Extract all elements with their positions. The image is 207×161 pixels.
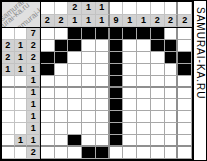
grid-cell-empty[interactable] [41, 147, 55, 159]
grid-cell-empty[interactable] [41, 111, 55, 123]
grid-cell-filled[interactable] [165, 40, 179, 52]
row-clue-cell: 1 [27, 88, 40, 100]
grid-cell-empty[interactable] [123, 111, 137, 123]
row-clue-cell: 2 [27, 147, 40, 159]
grid-cell-filled[interactable] [110, 40, 124, 52]
grid-cell-empty[interactable] [96, 76, 110, 88]
col-clue-cell: 9 [110, 15, 124, 28]
row-clue-cell [2, 99, 15, 111]
col-clue-cell [151, 2, 165, 15]
puzzle-grid [41, 28, 192, 159]
grid-cell-empty[interactable] [82, 111, 96, 123]
grid-cell-empty[interactable] [68, 111, 82, 123]
grid-cell-empty[interactable] [123, 99, 137, 111]
grid-cell-empty[interactable] [123, 123, 137, 135]
grid-cell-empty[interactable] [151, 111, 165, 123]
row-clue-cell [15, 88, 28, 100]
grid-cell-filled[interactable] [55, 40, 69, 52]
grid-cell-empty[interactable] [165, 28, 179, 40]
grid-cell-empty[interactable] [55, 76, 69, 88]
col-clue-cell [110, 2, 124, 15]
grid-cell-empty[interactable] [96, 64, 110, 76]
row-clue-cell [2, 111, 15, 123]
grid-cell-empty[interactable] [96, 123, 110, 135]
grid-cell-empty[interactable] [96, 135, 110, 147]
row-clues: 721221211111111112 [2, 28, 41, 159]
row-clue-cell: 2 [27, 52, 40, 64]
grid-cell-empty[interactable] [55, 88, 69, 100]
row-clue-cell [15, 99, 28, 111]
grid-cell-empty[interactable] [137, 123, 151, 135]
row-clue-cell: 1 [15, 40, 28, 52]
row-clue-cell: 1 [27, 111, 40, 123]
row-clue-cell [15, 147, 28, 159]
row-clue-cell [2, 28, 15, 40]
grid-cell-empty[interactable] [151, 123, 165, 135]
grid-cell-empty[interactable] [178, 111, 192, 123]
grid-cell-filled[interactable] [110, 76, 124, 88]
grid-cell-filled[interactable] [110, 123, 124, 135]
grid-cell-empty[interactable] [178, 99, 192, 111]
grid-cell-empty[interactable] [41, 99, 55, 111]
row-clue-cell [15, 123, 28, 135]
grid-cell-empty[interactable] [178, 123, 192, 135]
corner-watermark: samurai-ka.ru samurai-ka.ru samurai-ka.r… [2, 2, 41, 28]
row-clue-cell: 1 [15, 64, 28, 76]
grid-cell-empty[interactable] [137, 111, 151, 123]
grid-cell-empty[interactable] [82, 76, 96, 88]
grid-cell-filled[interactable] [110, 111, 124, 123]
grid-cell-filled[interactable] [55, 52, 69, 64]
col-clue-cell [178, 2, 192, 15]
grid-cell-filled[interactable] [96, 147, 110, 159]
row-clue-cell: 1 [27, 64, 40, 76]
grid-cell-filled[interactable] [110, 135, 124, 147]
row-clue-cell: 1 [15, 52, 28, 64]
grid-cell-empty[interactable] [55, 99, 69, 111]
col-clue-cell: 1 [137, 15, 151, 28]
grid-cell-filled[interactable] [110, 88, 124, 100]
grid-cell-empty[interactable] [123, 52, 137, 64]
col-clue-cell: 2 [165, 15, 179, 28]
grid-cell-empty[interactable] [123, 88, 137, 100]
grid-cell-empty[interactable] [68, 52, 82, 64]
grid-cell-filled[interactable] [110, 99, 124, 111]
row-clue-cell: 1 [15, 135, 28, 147]
grid-cell-filled[interactable] [151, 40, 165, 52]
row-clue-cell [15, 76, 28, 88]
grid-cell-empty[interactable] [178, 147, 192, 159]
grid-cell-empty[interactable] [178, 40, 192, 52]
col-clue-cell: 1 [96, 2, 110, 15]
grid-cell-filled[interactable] [82, 28, 96, 40]
col-clue-cell: 2 [151, 15, 165, 28]
row-clue-cell: 1 [2, 64, 15, 76]
grid-cell-empty[interactable] [151, 99, 165, 111]
row-clue-cell: 7 [27, 28, 40, 40]
grid-cell-empty[interactable] [178, 28, 192, 40]
site-band: SAMURAI-KA.RU [194, 0, 207, 161]
grid-cell-empty[interactable] [55, 64, 69, 76]
grid-cell-empty[interactable] [82, 123, 96, 135]
row-clue-cell: 2 [2, 52, 15, 64]
grid-cell-empty[interactable] [151, 64, 165, 76]
grid-cell-empty[interactable] [137, 135, 151, 147]
col-clue-cell: 2 [178, 15, 192, 28]
grid-cell-empty[interactable] [55, 123, 69, 135]
grid-cell-empty[interactable] [178, 135, 192, 147]
grid-cell-filled[interactable] [68, 28, 82, 40]
grid-cell-filled[interactable] [178, 52, 192, 64]
row-clue-cell [15, 28, 28, 40]
grid-cell-empty[interactable] [68, 76, 82, 88]
row-clue-cell: 1 [27, 123, 40, 135]
grid-cell-filled[interactable] [41, 64, 55, 76]
grid-cell-empty[interactable] [68, 123, 82, 135]
col-clue-cell: 1 [82, 2, 96, 15]
col-clue-cell [55, 2, 69, 15]
grid-cell-empty[interactable] [137, 52, 151, 64]
grid-cell-filled[interactable] [137, 28, 151, 40]
grid-cell-empty[interactable] [41, 123, 55, 135]
grid-cell-empty[interactable] [68, 88, 82, 100]
grid-cell-empty[interactable] [82, 88, 96, 100]
grid-cell-empty[interactable] [96, 40, 110, 52]
grid-cell-filled[interactable] [68, 40, 82, 52]
row-clue-cell: 1 [27, 99, 40, 111]
site-label: SAMURAI-KA.RU [195, 1, 206, 160]
grid-cell-empty[interactable] [96, 52, 110, 64]
grid-cell-empty[interactable] [41, 76, 55, 88]
grid-cell-empty[interactable] [165, 64, 179, 76]
grid-cell-empty[interactable] [151, 52, 165, 64]
row-clue-cell [2, 88, 15, 100]
grid-cell-empty[interactable] [68, 64, 82, 76]
col-clue-cell [41, 2, 55, 15]
grid-cell-empty[interactable] [137, 40, 151, 52]
grid-cell-empty[interactable] [137, 99, 151, 111]
grid-cell-empty[interactable] [123, 40, 137, 52]
grid-cell-empty[interactable] [82, 99, 96, 111]
grid-cell-empty[interactable] [41, 135, 55, 147]
grid-cell-empty[interactable] [137, 76, 151, 88]
grid-cell-empty[interactable] [82, 135, 96, 147]
grid-cell-empty[interactable] [82, 40, 96, 52]
grid-cell-empty[interactable] [151, 76, 165, 88]
col-clue-cell: 1 [68, 15, 82, 28]
grid-cell-filled[interactable] [41, 52, 55, 64]
grid-cell-empty[interactable] [41, 40, 55, 52]
col-clue-cell: 2 [68, 2, 82, 15]
grid-cell-filled[interactable] [110, 64, 124, 76]
grid-cell-empty[interactable] [55, 135, 69, 147]
grid-cell-empty[interactable] [41, 88, 55, 100]
grid-cell-empty[interactable] [96, 88, 110, 100]
grid-cell-empty[interactable] [96, 99, 110, 111]
puzzle-board: samurai-ka.ru samurai-ka.ru samurai-ka.r… [0, 0, 194, 161]
grid-cell-empty[interactable] [137, 147, 151, 159]
grid-cell-filled[interactable] [110, 52, 124, 64]
row-clue-cell [2, 147, 15, 159]
grid-cell-filled[interactable] [178, 64, 192, 76]
grid-cell-empty[interactable] [137, 88, 151, 100]
grid-cell-empty[interactable] [165, 147, 179, 159]
grid-cell-filled[interactable] [123, 28, 137, 40]
col-clue-cell: 1 [82, 15, 96, 28]
grid-cell-empty[interactable] [55, 147, 69, 159]
grid-cell-filled[interactable] [165, 52, 179, 64]
col-clue-cell: 1 [96, 15, 110, 28]
grid-cell-empty[interactable] [151, 147, 165, 159]
grid-cell-filled[interactable] [68, 135, 82, 147]
grid-cell-empty[interactable] [151, 88, 165, 100]
grid-cell-empty[interactable] [137, 64, 151, 76]
grid-cell-empty[interactable] [96, 111, 110, 123]
col-clue-cell [123, 2, 137, 15]
grid-cell-empty[interactable] [68, 99, 82, 111]
row-clue-cell: 2 [27, 40, 40, 52]
grid-cell-empty[interactable] [68, 147, 82, 159]
row-clue-cell [2, 123, 15, 135]
grid-cell-empty[interactable] [165, 135, 179, 147]
grid-cell-filled[interactable] [110, 28, 124, 40]
grid-cell-empty[interactable] [82, 64, 96, 76]
grid-cell-empty[interactable] [123, 64, 137, 76]
grid-cell-filled[interactable] [82, 147, 96, 159]
grid-cell-empty[interactable] [178, 76, 192, 88]
grid-cell-filled[interactable] [96, 28, 110, 40]
row-clue-cell [2, 76, 15, 88]
col-clue-cell: 2 [55, 15, 69, 28]
nonogram-app: samurai-ka.ru samurai-ka.ru samurai-ka.r… [0, 0, 207, 161]
grid-cell-empty[interactable] [55, 28, 69, 40]
grid-cell-empty[interactable] [123, 147, 137, 159]
row-clue-cell [2, 135, 15, 147]
grid-cell-filled[interactable] [151, 28, 165, 40]
grid-cell-empty[interactable] [41, 28, 55, 40]
row-clue-cell: 1 [27, 76, 40, 88]
col-clue-cell [137, 2, 151, 15]
grid-cell-empty[interactable] [165, 123, 179, 135]
col-clue-cell [165, 2, 179, 15]
grid-cell-empty[interactable] [110, 147, 124, 159]
column-clues: 21122111911222 [41, 2, 192, 28]
grid-cell-empty[interactable] [151, 135, 165, 147]
grid-cell-empty[interactable] [165, 111, 179, 123]
row-clue-cell [15, 111, 28, 123]
grid-cell-empty[interactable] [55, 111, 69, 123]
row-clue-cell: 2 [2, 40, 15, 52]
grid-cell-empty[interactable] [165, 99, 179, 111]
grid-cell-empty[interactable] [165, 76, 179, 88]
grid-cell-empty[interactable] [82, 52, 96, 64]
col-clue-cell: 1 [123, 15, 137, 28]
grid-cell-empty[interactable] [178, 88, 192, 100]
grid-cell-empty[interactable] [165, 88, 179, 100]
grid-cell-empty[interactable] [123, 76, 137, 88]
row-clue-cell: 1 [27, 135, 40, 147]
col-clue-cell: 2 [41, 15, 55, 28]
grid-cell-empty[interactable] [123, 135, 137, 147]
